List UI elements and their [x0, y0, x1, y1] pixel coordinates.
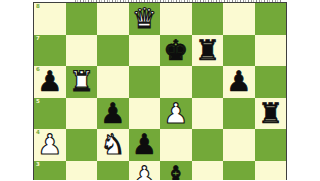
square-a4[interactable]: 4♟ [34, 129, 66, 161]
square-f6[interactable] [192, 66, 224, 98]
square-c8[interactable] [97, 3, 129, 35]
white-queen-icon[interactable]: ♛ [129, 3, 161, 35]
square-g5[interactable] [223, 98, 255, 130]
square-g7[interactable] [223, 35, 255, 67]
square-f8[interactable] [192, 3, 224, 35]
white-pawn-icon[interactable]: ♟ [129, 161, 161, 181]
black-pawn-icon[interactable]: ♟ [223, 66, 255, 98]
square-f3[interactable] [192, 161, 224, 181]
square-c7[interactable] [97, 35, 129, 67]
square-h3[interactable] [255, 161, 287, 181]
square-a5[interactable]: 5 [34, 98, 66, 130]
rank-label-7: 7 [36, 36, 40, 42]
square-g3[interactable] [223, 161, 255, 181]
square-b4[interactable] [66, 129, 98, 161]
black-rook-icon[interactable]: ♜ [192, 35, 224, 67]
square-f4[interactable] [192, 129, 224, 161]
square-e6[interactable] [160, 66, 192, 98]
square-c6[interactable] [97, 66, 129, 98]
screenshot-root: 8♛7♚♜6♟♜♟5♟♟♜4♟♞♟3♟♝21 [0, 0, 320, 180]
square-h5[interactable]: ♜ [255, 98, 287, 130]
square-a8[interactable]: 8 [34, 3, 66, 35]
black-pawn-icon[interactable]: ♟ [129, 129, 161, 161]
black-pawn-icon[interactable]: ♟ [34, 66, 66, 98]
square-h4[interactable] [255, 129, 287, 161]
square-d4[interactable]: ♟ [129, 129, 161, 161]
white-pawn-icon[interactable]: ♟ [160, 98, 192, 130]
black-rook-icon[interactable]: ♜ [255, 98, 287, 130]
square-c4[interactable]: ♞ [97, 129, 129, 161]
square-b5[interactable] [66, 98, 98, 130]
square-e4[interactable] [160, 129, 192, 161]
rank-label-5: 5 [36, 99, 40, 105]
square-d8[interactable]: ♛ [129, 3, 161, 35]
white-knight-icon[interactable]: ♞ [97, 129, 129, 161]
chess-board[interactable]: 8♛7♚♜6♟♜♟5♟♟♜4♟♞♟3♟♝21 [33, 2, 287, 180]
white-pawn-icon[interactable]: ♟ [34, 129, 66, 161]
square-b3[interactable] [66, 161, 98, 181]
rank-label-3: 3 [36, 162, 40, 168]
square-h8[interactable] [255, 3, 287, 35]
rank-label-8: 8 [36, 4, 40, 10]
square-f7[interactable]: ♜ [192, 35, 224, 67]
square-e7[interactable]: ♚ [160, 35, 192, 67]
square-h6[interactable] [255, 66, 287, 98]
square-d7[interactable] [129, 35, 161, 67]
square-d3[interactable]: ♟ [129, 161, 161, 181]
square-d6[interactable] [129, 66, 161, 98]
square-b6[interactable]: ♜ [66, 66, 98, 98]
square-b7[interactable] [66, 35, 98, 67]
square-b8[interactable] [66, 3, 98, 35]
square-e3[interactable]: ♝ [160, 161, 192, 181]
square-c3[interactable] [97, 161, 129, 181]
square-e8[interactable] [160, 3, 192, 35]
square-d5[interactable] [129, 98, 161, 130]
square-g4[interactable] [223, 129, 255, 161]
square-a6[interactable]: 6♟ [34, 66, 66, 98]
square-e5[interactable]: ♟ [160, 98, 192, 130]
square-h7[interactable] [255, 35, 287, 67]
square-g6[interactable]: ♟ [223, 66, 255, 98]
black-king-icon[interactable]: ♚ [160, 35, 192, 67]
white-rook-icon[interactable]: ♜ [66, 66, 98, 98]
square-c5[interactable]: ♟ [97, 98, 129, 130]
square-g8[interactable] [223, 3, 255, 35]
black-bishop-icon[interactable]: ♝ [160, 161, 192, 181]
square-f5[interactable] [192, 98, 224, 130]
square-a3[interactable]: 3 [34, 161, 66, 181]
black-pawn-icon[interactable]: ♟ [97, 98, 129, 130]
square-a7[interactable]: 7 [34, 35, 66, 67]
